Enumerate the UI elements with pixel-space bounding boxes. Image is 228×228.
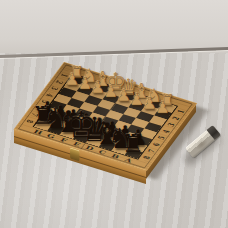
- piece-black-rook-h8[interactable]: ♜: [32, 104, 54, 129]
- piece-white-pawn-h2[interactable]: ♟: [65, 72, 80, 88]
- piece-white-pawn-a2[interactable]: ♟: [155, 100, 170, 116]
- piece-white-pawn-f2[interactable]: ♟: [91, 80, 106, 96]
- piece-white-pawn-e2[interactable]: ♟: [104, 84, 119, 100]
- piece-white-pawn-d2[interactable]: ♟: [116, 88, 131, 104]
- piece-white-pawn-g2[interactable]: ♟: [78, 76, 93, 92]
- scene: HGFEDCBA1234567812345678 ♜♞♝♛♚♝♞♜♟♟♟♟♟♟♟…: [0, 0, 228, 228]
- piece-white-pawn-b2[interactable]: ♟: [142, 96, 157, 112]
- piece-white-pawn-c2[interactable]: ♟: [129, 92, 144, 108]
